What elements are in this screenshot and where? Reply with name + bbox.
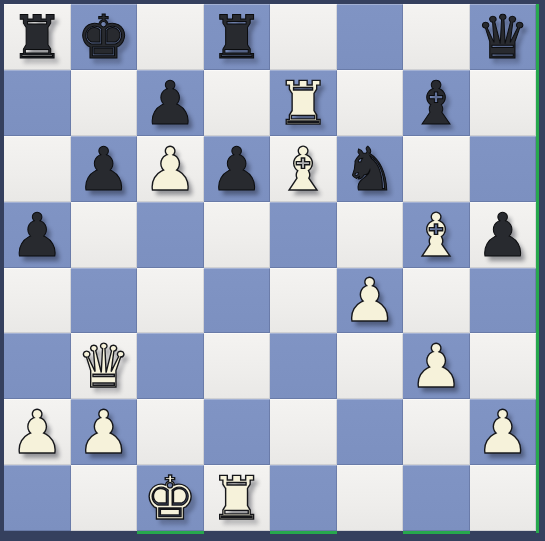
square-d6[interactable]: ♟ [204, 136, 271, 202]
piece-black-pawn[interactable]: ♟ [143, 73, 197, 133]
piece-black-knight[interactable]: ♞ [343, 139, 397, 199]
square-a4[interactable] [4, 268, 71, 334]
square-g5[interactable]: ♝ [403, 202, 470, 268]
square-d2[interactable] [204, 399, 271, 465]
piece-black-king[interactable]: ♚ [77, 7, 131, 67]
piece-white-pawn[interactable]: ♟ [343, 270, 397, 330]
piece-white-rook[interactable]: ♜ [210, 468, 264, 528]
square-e2[interactable] [270, 399, 337, 465]
chess-board: ♜♚♜♛♟♜♝♟♟♟♝♞♟♝♟♟♛♟♟♟♟♚♜ [4, 4, 536, 531]
square-e6[interactable]: ♝ [270, 136, 337, 202]
square-f3[interactable] [337, 333, 404, 399]
piece-black-pawn[interactable]: ♟ [210, 139, 264, 199]
square-c4[interactable] [137, 268, 204, 334]
piece-black-pawn[interactable]: ♟ [476, 205, 530, 265]
square-d8[interactable]: ♜ [204, 4, 271, 70]
square-e3[interactable] [270, 333, 337, 399]
square-a8[interactable]: ♜ [4, 4, 71, 70]
square-a6[interactable] [4, 136, 71, 202]
square-c7[interactable]: ♟ [137, 70, 204, 136]
chess-gui-window: ♜♚♜♛♟♜♝♟♟♟♝♞♟♝♟♟♛♟♟♟♟♚♜ [0, 0, 545, 541]
square-g2[interactable] [403, 399, 470, 465]
square-c5[interactable] [137, 202, 204, 268]
square-b8[interactable]: ♚ [71, 4, 138, 70]
square-b5[interactable] [71, 202, 138, 268]
piece-white-pawn[interactable]: ♟ [143, 139, 197, 199]
square-c1[interactable]: ♚ [137, 465, 204, 531]
piece-white-pawn[interactable]: ♟ [409, 336, 463, 396]
piece-black-pawn[interactable]: ♟ [10, 205, 64, 265]
square-d3[interactable] [204, 333, 271, 399]
square-f7[interactable] [337, 70, 404, 136]
square-a1[interactable] [4, 465, 71, 531]
square-b6[interactable]: ♟ [71, 136, 138, 202]
piece-black-bishop[interactable]: ♝ [409, 73, 463, 133]
square-e8[interactable] [270, 4, 337, 70]
piece-white-queen[interactable]: ♛ [77, 336, 131, 396]
square-e1[interactable] [270, 465, 337, 531]
square-a5[interactable]: ♟ [4, 202, 71, 268]
piece-black-rook[interactable]: ♜ [10, 7, 64, 67]
square-d4[interactable] [204, 268, 271, 334]
square-f4[interactable]: ♟ [337, 268, 404, 334]
square-g4[interactable] [403, 268, 470, 334]
piece-white-rook[interactable]: ♜ [276, 73, 330, 133]
square-h2[interactable]: ♟ [470, 399, 537, 465]
square-h8[interactable]: ♛ [470, 4, 537, 70]
square-b7[interactable] [71, 70, 138, 136]
square-b2[interactable]: ♟ [71, 399, 138, 465]
square-b3[interactable]: ♛ [71, 333, 138, 399]
square-c6[interactable]: ♟ [137, 136, 204, 202]
piece-white-pawn[interactable]: ♟ [77, 402, 131, 462]
board-edge-highlight-right [536, 4, 539, 533]
piece-black-pawn[interactable]: ♟ [77, 139, 131, 199]
board-edge-highlight-segment [403, 531, 470, 534]
square-f5[interactable] [337, 202, 404, 268]
square-h7[interactable] [470, 70, 537, 136]
square-g7[interactable]: ♝ [403, 70, 470, 136]
square-e7[interactable]: ♜ [270, 70, 337, 136]
square-c8[interactable] [137, 4, 204, 70]
piece-black-rook[interactable]: ♜ [210, 7, 264, 67]
square-h6[interactable] [470, 136, 537, 202]
piece-white-bishop[interactable]: ♝ [409, 205, 463, 265]
piece-white-king[interactable]: ♚ [143, 468, 197, 528]
square-f1[interactable] [337, 465, 404, 531]
square-a2[interactable]: ♟ [4, 399, 71, 465]
square-b4[interactable] [71, 268, 138, 334]
square-g8[interactable] [403, 4, 470, 70]
square-h3[interactable] [470, 333, 537, 399]
square-g1[interactable] [403, 465, 470, 531]
piece-white-pawn[interactable]: ♟ [476, 402, 530, 462]
square-a3[interactable] [4, 333, 71, 399]
square-a7[interactable] [4, 70, 71, 136]
square-h5[interactable]: ♟ [470, 202, 537, 268]
square-g6[interactable] [403, 136, 470, 202]
square-d1[interactable]: ♜ [204, 465, 271, 531]
square-h4[interactable] [470, 268, 537, 334]
square-f2[interactable] [337, 399, 404, 465]
square-f8[interactable] [337, 4, 404, 70]
square-b1[interactable] [71, 465, 138, 531]
square-f6[interactable]: ♞ [337, 136, 404, 202]
board-edge-highlight-segment [270, 531, 337, 534]
square-e4[interactable] [270, 268, 337, 334]
square-d5[interactable] [204, 202, 271, 268]
square-c3[interactable] [137, 333, 204, 399]
piece-white-bishop[interactable]: ♝ [276, 139, 330, 199]
piece-white-pawn[interactable]: ♟ [10, 402, 64, 462]
piece-black-queen[interactable]: ♛ [476, 7, 530, 67]
square-d7[interactable] [204, 70, 271, 136]
square-e5[interactable] [270, 202, 337, 268]
square-c2[interactable] [137, 399, 204, 465]
square-h1[interactable] [470, 465, 537, 531]
square-g3[interactable]: ♟ [403, 333, 470, 399]
